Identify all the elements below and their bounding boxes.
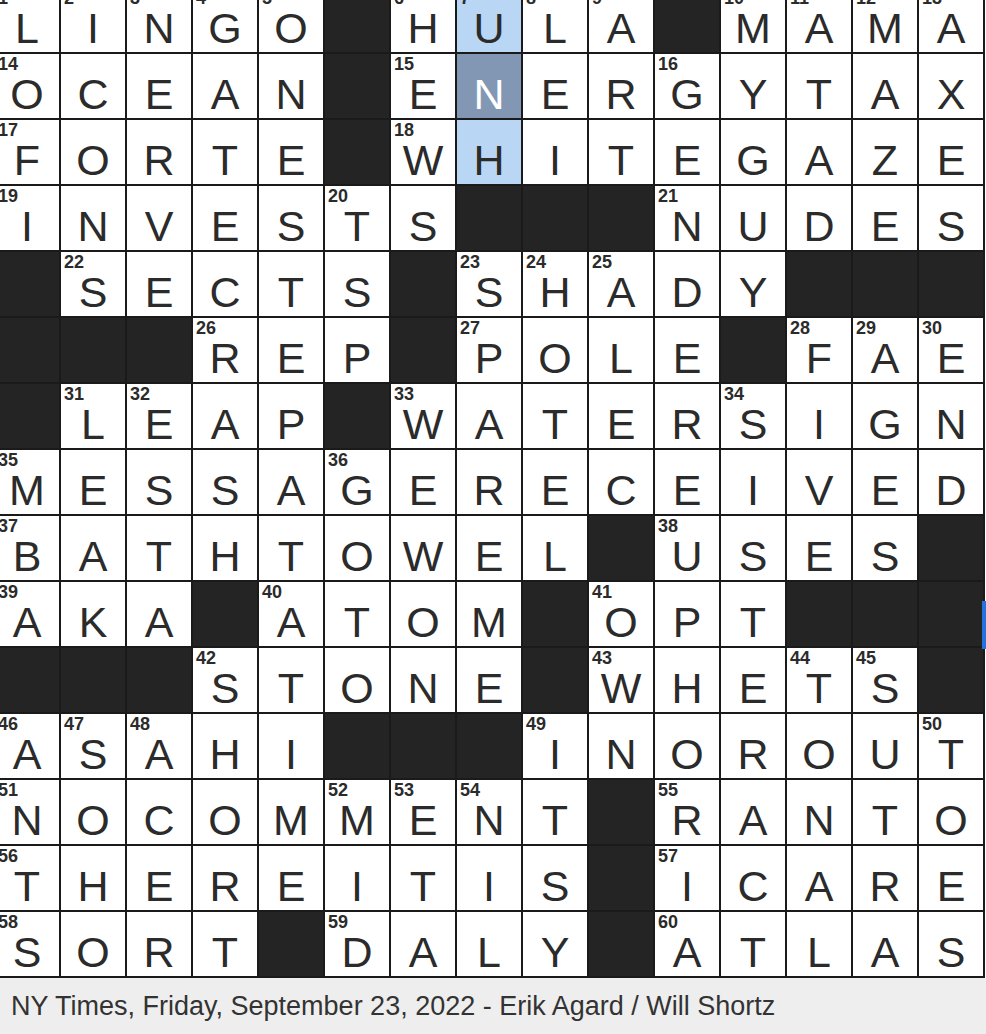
cell-r12c15[interactable]: 50T xyxy=(919,714,983,778)
cell-letter: E xyxy=(277,337,306,380)
cell-letter: H xyxy=(209,535,240,578)
cell-r2c14[interactable]: A xyxy=(853,54,917,118)
cell-r3c13[interactable]: A xyxy=(787,120,851,184)
cell-letter: R xyxy=(143,931,174,974)
cell-r6c11[interactable]: E xyxy=(655,318,719,382)
cell-letter: E xyxy=(739,667,768,710)
cell-r3c11[interactable]: E xyxy=(655,120,719,184)
black-square-r5c15 xyxy=(919,252,983,316)
cell-r13c11[interactable]: 55R xyxy=(655,780,719,844)
clue-number: 53 xyxy=(394,781,414,800)
clue-number: 7 xyxy=(460,0,470,8)
cell-r12c14[interactable]: U xyxy=(853,714,917,778)
cell-r13c9[interactable]: T xyxy=(523,780,587,844)
cell-letter: C xyxy=(605,469,636,512)
cell-r14c12[interactable]: C xyxy=(721,846,785,910)
cell-letter: A xyxy=(145,601,174,644)
cell-r8c15[interactable]: D xyxy=(919,450,983,514)
cell-letter: F xyxy=(14,139,40,182)
cell-r3c7[interactable]: 18W xyxy=(391,120,455,184)
cell-r9c9[interactable]: L xyxy=(523,516,587,580)
cell-r9c8[interactable]: E xyxy=(457,516,521,580)
cell-letter: N xyxy=(77,205,108,248)
cell-r15c14[interactable]: A xyxy=(853,912,917,976)
cell-r2c13[interactable]: T xyxy=(787,54,851,118)
cell-r4c13[interactable]: D xyxy=(787,186,851,250)
cell-r3c10[interactable]: T xyxy=(589,120,653,184)
cell-r3c5[interactable]: E xyxy=(259,120,323,184)
cell-letter: O xyxy=(208,799,241,842)
cell-r3c15[interactable]: E xyxy=(919,120,983,184)
cell-r5c11[interactable]: D xyxy=(655,252,719,316)
cell-r12c12[interactable]: R xyxy=(721,714,785,778)
cell-letter: T xyxy=(278,271,304,314)
cell-r13c8[interactable]: 54N xyxy=(457,780,521,844)
cell-r10c8[interactable]: M xyxy=(457,582,521,646)
cell-r2c15[interactable]: X xyxy=(919,54,983,118)
cell-letter: D xyxy=(671,271,702,314)
cell-letter: D xyxy=(935,469,966,512)
cell-letter: R xyxy=(671,403,702,446)
cell-r15c12[interactable]: T xyxy=(721,912,785,976)
clue-number: 3 xyxy=(130,0,140,8)
cell-r11c13[interactable]: 44T xyxy=(787,648,851,712)
cell-r8c6[interactable]: 36G xyxy=(325,450,389,514)
cell-letter: A xyxy=(871,73,900,116)
cell-letter: S xyxy=(211,469,240,512)
cell-r8c4[interactable]: S xyxy=(193,450,257,514)
cell-r5c2[interactable]: 22S xyxy=(61,252,125,316)
cell-r13c5[interactable]: M xyxy=(259,780,323,844)
cell-r11c10[interactable]: 43W xyxy=(589,648,653,712)
cell-r10c3[interactable]: A xyxy=(127,582,191,646)
cell-letter: X xyxy=(937,73,966,116)
cell-r12c2[interactable]: 47S xyxy=(61,714,125,778)
cell-letter: A xyxy=(607,271,636,314)
cell-r2c12[interactable]: Y xyxy=(721,54,785,118)
cell-r1c5[interactable]: 5O xyxy=(259,0,323,52)
clue-number: 56 xyxy=(0,847,18,866)
black-square-r9c10 xyxy=(589,516,653,580)
cell-r3c14[interactable]: Z xyxy=(853,120,917,184)
cell-r7c5[interactable]: P xyxy=(259,384,323,448)
cell-r12c5[interactable]: I xyxy=(259,714,323,778)
clue-number: 18 xyxy=(394,121,414,140)
clue-number: 27 xyxy=(460,319,480,338)
cell-r14c11[interactable]: 57I xyxy=(655,846,719,910)
cell-r7c4[interactable]: A xyxy=(193,384,257,448)
cell-letter: A xyxy=(805,139,834,182)
cell-r9c13[interactable]: E xyxy=(787,516,851,580)
cell-letter: A xyxy=(145,733,174,776)
black-square-r12c7 xyxy=(391,714,455,778)
cell-letter: T xyxy=(806,73,832,116)
cell-r10c6[interactable]: T xyxy=(325,582,389,646)
cell-letter: A xyxy=(277,601,306,644)
cell-r13c15[interactable]: O xyxy=(919,780,983,844)
clue-number: 15 xyxy=(394,55,414,74)
cell-r15c13[interactable]: L xyxy=(787,912,851,976)
cell-r14c13[interactable]: A xyxy=(787,846,851,910)
cell-r8c13[interactable]: V xyxy=(787,450,851,514)
clue-number: 22 xyxy=(64,253,84,272)
cell-letter: E xyxy=(673,469,702,512)
cell-r12c4[interactable]: H xyxy=(193,714,257,778)
cell-r13c2[interactable]: O xyxy=(61,780,125,844)
cell-r3c2[interactable]: O xyxy=(61,120,125,184)
cell-r7c2[interactable]: 31L xyxy=(61,384,125,448)
cell-r2c8[interactable]: N xyxy=(457,54,521,118)
cell-r9c4[interactable]: H xyxy=(193,516,257,580)
cell-r3c12[interactable]: G xyxy=(721,120,785,184)
cell-r10c12[interactable]: T xyxy=(721,582,785,646)
clue-number: 19 xyxy=(0,187,18,206)
cell-r4c7[interactable]: S xyxy=(391,186,455,250)
cell-r2c2[interactable]: C xyxy=(61,54,125,118)
cell-r15c11[interactable]: 60A xyxy=(655,912,719,976)
cell-r10c5[interactable]: 40A xyxy=(259,582,323,646)
cell-r5c9[interactable]: 24H xyxy=(523,252,587,316)
cell-r2c3[interactable]: E xyxy=(127,54,191,118)
clue-number: 5 xyxy=(262,0,272,8)
cell-r3c3[interactable]: R xyxy=(127,120,191,184)
cell-letter: A xyxy=(13,733,42,776)
cell-r9c5[interactable]: T xyxy=(259,516,323,580)
cell-r13c1[interactable]: 51N xyxy=(0,780,59,844)
cell-letter: Y xyxy=(739,73,768,116)
cell-r10c11[interactable]: P xyxy=(655,582,719,646)
cell-r13c6[interactable]: 52M xyxy=(325,780,389,844)
cell-letter: C xyxy=(209,271,240,314)
cell-r4c14[interactable]: E xyxy=(853,186,917,250)
cell-r7c15[interactable]: N xyxy=(919,384,983,448)
cell-r5c8[interactable]: 23S xyxy=(457,252,521,316)
cell-r7c7[interactable]: 33W xyxy=(391,384,455,448)
clue-number: 25 xyxy=(592,253,612,272)
cell-r4c6[interactable]: 20T xyxy=(325,186,389,250)
cell-r1c13[interactable]: 11A xyxy=(787,0,851,52)
cell-letter: I xyxy=(285,733,297,776)
cell-r8c11[interactable]: E xyxy=(655,450,719,514)
cell-r1c14[interactable]: 12M xyxy=(853,0,917,52)
cell-r5c3[interactable]: E xyxy=(127,252,191,316)
cell-r10c2[interactable]: K xyxy=(61,582,125,646)
cell-r11c12[interactable]: E xyxy=(721,648,785,712)
cell-r6c5[interactable]: E xyxy=(259,318,323,382)
cell-letter: O xyxy=(76,931,109,974)
cell-r8c10[interactable]: C xyxy=(589,450,653,514)
cell-r2c10[interactable]: R xyxy=(589,54,653,118)
cell-r11c6[interactable]: O xyxy=(325,648,389,712)
cell-r13c13[interactable]: N xyxy=(787,780,851,844)
cell-r9c14[interactable]: S xyxy=(853,516,917,580)
cell-r7c13[interactable]: I xyxy=(787,384,851,448)
clue-number: 35 xyxy=(0,451,18,470)
cell-letter: A xyxy=(211,403,240,446)
cell-r10c1[interactable]: 39A xyxy=(0,582,59,646)
cell-r8c5[interactable]: A xyxy=(259,450,323,514)
cell-r6c8[interactable]: 27P xyxy=(457,318,521,382)
clue-number: 57 xyxy=(658,847,678,866)
cell-r8c2[interactable]: E xyxy=(61,450,125,514)
cell-r1c12[interactable]: 10M xyxy=(721,0,785,52)
cell-r1c1[interactable]: 1L xyxy=(0,0,59,52)
cell-r4c2[interactable]: N xyxy=(61,186,125,250)
cell-letter: E xyxy=(805,535,834,578)
cell-letter: O xyxy=(670,733,703,776)
cell-r2c5[interactable]: N xyxy=(259,54,323,118)
cell-letter: A xyxy=(79,535,108,578)
cell-r15c6[interactable]: 59D xyxy=(325,912,389,976)
cell-r12c13[interactable]: O xyxy=(787,714,851,778)
cell-r15c7[interactable]: A xyxy=(391,912,455,976)
clue-number: 2 xyxy=(64,0,74,8)
cell-r11c7[interactable]: N xyxy=(391,648,455,712)
cell-r14c14[interactable]: R xyxy=(853,846,917,910)
cell-r5c4[interactable]: C xyxy=(193,252,257,316)
cell-letter: T xyxy=(212,931,238,974)
cell-r14c8[interactable]: I xyxy=(457,846,521,910)
cell-letter: L xyxy=(543,7,567,50)
cell-r14c3[interactable]: E xyxy=(127,846,191,910)
cell-letter: Y xyxy=(541,931,570,974)
cell-r8c9[interactable]: E xyxy=(523,450,587,514)
cell-letter: E xyxy=(475,667,504,710)
cell-r7c14[interactable]: G xyxy=(853,384,917,448)
cell-r6c10[interactable]: L xyxy=(589,318,653,382)
cell-r13c12[interactable]: A xyxy=(721,780,785,844)
cell-r14c5[interactable]: E xyxy=(259,846,323,910)
clue-number: 10 xyxy=(724,0,744,8)
cell-r15c8[interactable]: L xyxy=(457,912,521,976)
cell-r11c11[interactable]: H xyxy=(655,648,719,712)
cell-r14c1[interactable]: 56T xyxy=(0,846,59,910)
cell-r8c7[interactable]: E xyxy=(391,450,455,514)
black-square-r13c10 xyxy=(589,780,653,844)
black-square-r11c9 xyxy=(523,648,587,712)
cell-r15c3[interactable]: R xyxy=(127,912,191,976)
cell-r2c11[interactable]: 16G xyxy=(655,54,719,118)
cell-letter: T xyxy=(146,535,172,578)
cell-r5c12[interactable]: Y xyxy=(721,252,785,316)
cell-r9c2[interactable]: A xyxy=(61,516,125,580)
cell-r13c4[interactable]: O xyxy=(193,780,257,844)
cell-r14c6[interactable]: I xyxy=(325,846,389,910)
clue-number: 34 xyxy=(724,385,744,404)
cell-r8c3[interactable]: S xyxy=(127,450,191,514)
cell-r9c3[interactable]: T xyxy=(127,516,191,580)
cell-r1c9[interactable]: 8L xyxy=(523,0,587,52)
cell-r8c12[interactable]: I xyxy=(721,450,785,514)
cell-letter: C xyxy=(77,73,108,116)
scrollbar-thumb[interactable] xyxy=(982,601,986,649)
cell-r2c9[interactable]: E xyxy=(523,54,587,118)
cell-r6c13[interactable]: 28F xyxy=(787,318,851,382)
cell-letter: E xyxy=(277,865,306,908)
cell-r8c1[interactable]: 35M xyxy=(0,450,59,514)
cell-r9c11[interactable]: 38U xyxy=(655,516,719,580)
cell-r12c1[interactable]: 46A xyxy=(0,714,59,778)
cell-r11c14[interactable]: 45S xyxy=(853,648,917,712)
cell-r7c11[interactable]: R xyxy=(655,384,719,448)
cell-letter: O xyxy=(76,799,109,842)
cell-r5c5[interactable]: T xyxy=(259,252,323,316)
cell-letter: L xyxy=(609,337,633,380)
cell-r1c7[interactable]: 6H xyxy=(391,0,455,52)
cell-r9c7[interactable]: W xyxy=(391,516,455,580)
cell-r11c5[interactable]: T xyxy=(259,648,323,712)
cell-letter: I xyxy=(351,865,363,908)
cell-letter: T xyxy=(278,667,304,710)
cell-letter: A xyxy=(739,799,768,842)
cell-letter: E xyxy=(673,139,702,182)
cell-letter: I xyxy=(87,7,99,50)
cell-r8c14[interactable]: E xyxy=(853,450,917,514)
cell-r15c4[interactable]: T xyxy=(193,912,257,976)
cell-r7c10[interactable]: E xyxy=(589,384,653,448)
cell-r14c15[interactable]: E xyxy=(919,846,983,910)
cell-letter: S xyxy=(475,271,504,314)
cell-letter: T xyxy=(410,865,436,908)
cell-letter: O xyxy=(340,667,373,710)
cell-letter: T xyxy=(542,799,568,842)
black-square-r5c7 xyxy=(391,252,455,316)
cell-letter: E xyxy=(937,865,966,908)
crossword-grid[interactable]: 1L2I3N4G5O6H7U8L9A10M11A12M13A14OCEAN15E… xyxy=(0,0,985,978)
cell-r2c1[interactable]: 14O xyxy=(0,54,59,118)
cell-r1c8[interactable]: 7U xyxy=(457,0,521,52)
cell-r4c11[interactable]: 21N xyxy=(655,186,719,250)
cell-letter: E xyxy=(475,535,504,578)
cell-letter: H xyxy=(671,667,702,710)
cell-letter: R xyxy=(737,733,768,776)
cell-r13c14[interactable]: T xyxy=(853,780,917,844)
cell-r4c15[interactable]: S xyxy=(919,186,983,250)
black-square-r6c1 xyxy=(0,318,59,382)
cell-letter: O xyxy=(934,799,967,842)
cell-r2c7[interactable]: 15E xyxy=(391,54,455,118)
cell-r10c7[interactable]: O xyxy=(391,582,455,646)
cell-r15c1[interactable]: 58S xyxy=(0,912,59,976)
black-square-r6c2 xyxy=(61,318,125,382)
cell-r7c9[interactable]: T xyxy=(523,384,587,448)
black-square-r1c6 xyxy=(325,0,389,52)
cell-letter: G xyxy=(340,469,373,512)
cell-r10c10[interactable]: 41O xyxy=(589,582,653,646)
cell-letter: L xyxy=(81,403,105,446)
cell-r12c11[interactable]: O xyxy=(655,714,719,778)
cell-letter: H xyxy=(473,139,504,182)
cell-letter: E xyxy=(871,469,900,512)
cell-r7c12[interactable]: 34S xyxy=(721,384,785,448)
cell-r4c3[interactable]: V xyxy=(127,186,191,250)
clue-number: 59 xyxy=(328,913,348,932)
cell-letter: A xyxy=(937,7,966,50)
cell-r15c15[interactable]: S xyxy=(919,912,983,976)
cell-r9c1[interactable]: 37B xyxy=(0,516,59,580)
cell-r6c6[interactable]: P xyxy=(325,318,389,382)
cell-letter: E xyxy=(541,73,570,116)
cell-r3c8[interactable]: H xyxy=(457,120,521,184)
cell-r11c8[interactable]: E xyxy=(457,648,521,712)
cell-letter: B xyxy=(13,535,42,578)
cell-r7c3[interactable]: 32E xyxy=(127,384,191,448)
cell-r6c14[interactable]: 29A xyxy=(853,318,917,382)
cell-r4c5[interactable]: S xyxy=(259,186,323,250)
cell-r11c4[interactable]: 42S xyxy=(193,648,257,712)
cell-letter: O xyxy=(76,139,109,182)
cell-r8c8[interactable]: R xyxy=(457,450,521,514)
cell-r4c1[interactable]: 19I xyxy=(0,186,59,250)
cell-r15c2[interactable]: O xyxy=(61,912,125,976)
cell-r2c4[interactable]: A xyxy=(193,54,257,118)
cell-r3c9[interactable]: I xyxy=(523,120,587,184)
cell-r7c8[interactable]: A xyxy=(457,384,521,448)
cell-r9c6[interactable]: O xyxy=(325,516,389,580)
black-square-r6c3 xyxy=(127,318,191,382)
cell-r6c4[interactable]: 26R xyxy=(193,318,257,382)
cell-r15c9[interactable]: Y xyxy=(523,912,587,976)
cell-letter: M xyxy=(9,469,45,512)
clue-number: 29 xyxy=(856,319,876,338)
cell-letter: M xyxy=(867,7,903,50)
cell-letter: E xyxy=(277,139,306,182)
cell-r14c7[interactable]: T xyxy=(391,846,455,910)
cell-letter: E xyxy=(607,403,636,446)
black-square-r7c6 xyxy=(325,384,389,448)
clue-number: 40 xyxy=(262,583,282,602)
cell-r4c4[interactable]: E xyxy=(193,186,257,250)
cell-r3c1[interactable]: 17F xyxy=(0,120,59,184)
clue-number: 32 xyxy=(130,385,150,404)
cell-r12c3[interactable]: 48A xyxy=(127,714,191,778)
cell-letter: S xyxy=(13,931,42,974)
cell-r13c3[interactable]: C xyxy=(127,780,191,844)
black-square-r4c8 xyxy=(457,186,521,250)
cell-r1c10[interactable]: 9A xyxy=(589,0,653,52)
clue-number: 48 xyxy=(130,715,150,734)
cell-r1c4[interactable]: 4G xyxy=(193,0,257,52)
cell-r14c4[interactable]: R xyxy=(193,846,257,910)
cell-letter: G xyxy=(208,7,241,50)
cell-r13c7[interactable]: 53E xyxy=(391,780,455,844)
black-square-r5c13 xyxy=(787,252,851,316)
cell-r1c15[interactable]: 13A xyxy=(919,0,983,52)
cell-r3c4[interactable]: T xyxy=(193,120,257,184)
cell-r14c9[interactable]: S xyxy=(523,846,587,910)
cell-letter: M xyxy=(735,7,771,50)
cell-r6c15[interactable]: 30E xyxy=(919,318,983,382)
cell-letter: A xyxy=(805,7,834,50)
cell-r1c3[interactable]: 3N xyxy=(127,0,191,52)
clue-number: 37 xyxy=(0,517,18,536)
cell-r6c9[interactable]: O xyxy=(523,318,587,382)
black-square-r6c7 xyxy=(391,318,455,382)
cell-r4c12[interactable]: U xyxy=(721,186,785,250)
cell-r14c2[interactable]: H xyxy=(61,846,125,910)
cell-r1c2[interactable]: 2I xyxy=(61,0,125,52)
cell-r12c10[interactable]: N xyxy=(589,714,653,778)
cell-letter: E xyxy=(211,205,240,248)
cell-r5c10[interactable]: 25A xyxy=(589,252,653,316)
cell-letter: F xyxy=(806,337,832,380)
cell-letter: I xyxy=(813,403,825,446)
black-square-r10c9 xyxy=(523,582,587,646)
cell-r5c6[interactable]: S xyxy=(325,252,389,316)
cell-r12c9[interactable]: 49I xyxy=(523,714,587,778)
cell-r9c12[interactable]: S xyxy=(721,516,785,580)
clue-number: 13 xyxy=(922,0,942,8)
